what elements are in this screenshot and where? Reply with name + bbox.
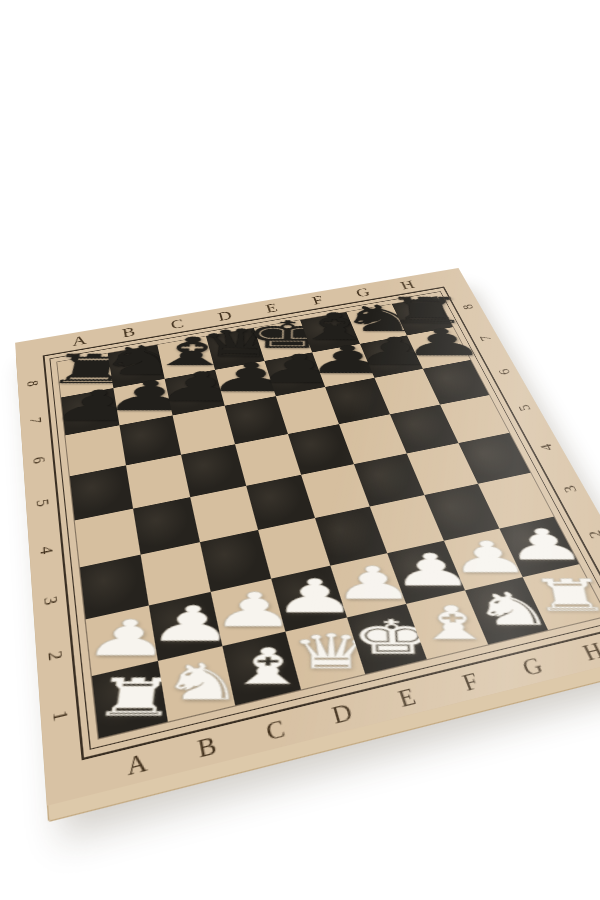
piece-white-rook-a1: ♜ xyxy=(89,672,182,724)
square-d1: ♛ xyxy=(285,618,365,690)
square-f2: ♟ xyxy=(388,541,466,604)
rank-label-right-6: 6 xyxy=(495,368,512,376)
rank-label-left-8: 8 xyxy=(24,380,40,388)
piece-white-knight-g1: ♞ xyxy=(469,587,557,632)
piece-white-pawn-b2: ♟ xyxy=(146,600,236,649)
square-h4 xyxy=(458,432,530,484)
square-b2: ♟ xyxy=(149,592,222,661)
rank-label-left-3: 3 xyxy=(40,594,60,606)
piece-white-bishop-f1: ♝ xyxy=(411,600,498,646)
square-b3 xyxy=(140,543,210,606)
square-e2: ♟ xyxy=(330,553,407,617)
square-h2: ♟ xyxy=(500,517,579,577)
rank-label-right-4: 4 xyxy=(537,442,556,451)
rank-label-left-4: 4 xyxy=(36,544,55,555)
file-label-bottom-d: D xyxy=(329,699,355,728)
file-label-bottom-e: E xyxy=(395,684,419,712)
piece-white-rook-h1: ♜ xyxy=(527,574,600,618)
square-c3 xyxy=(200,530,271,592)
square-d4 xyxy=(246,475,315,531)
file-label-bottom-a: A xyxy=(125,749,149,781)
piece-white-bishop-c1: ♝ xyxy=(224,643,310,693)
file-label-bottom-f: F xyxy=(459,669,482,696)
square-c2: ♟ xyxy=(210,579,285,646)
square-a2: ♟ xyxy=(86,606,158,676)
square-d3 xyxy=(258,518,330,579)
piece-white-pawn-h2: ♟ xyxy=(501,524,590,567)
file-label-bottom-g: G xyxy=(519,653,547,680)
rank-label-left-1: 1 xyxy=(49,709,71,724)
piece-white-pawn-g2: ♟ xyxy=(446,536,534,580)
square-a4 xyxy=(75,508,141,567)
rank-label-left-2: 2 xyxy=(44,649,65,662)
square-h1: ♜ xyxy=(523,564,600,630)
square-b4 xyxy=(133,497,200,555)
file-label-bottom-c: C xyxy=(264,715,288,745)
square-a1: ♜ xyxy=(92,661,168,738)
square-f1: ♝ xyxy=(407,590,489,659)
square-b5 xyxy=(126,454,190,508)
piece-black-pawn-a7: ♟ xyxy=(47,385,145,427)
square-b1: ♞ xyxy=(158,646,235,721)
square-g1: ♞ xyxy=(465,577,548,644)
photo-background: ♜♞♝♛♚♝♞♜♟♟♟♟♟♟♟♟♟♟♟♟♟♟♟♟♜♞♝♛♚♝♞♜ ABCDEFG… xyxy=(0,0,600,900)
rank-label-right-3: 3 xyxy=(560,484,580,494)
piece-white-pawn-a2: ♟ xyxy=(80,614,174,664)
piece-white-knight-b1: ♞ xyxy=(157,657,247,708)
board-scene: ♜♞♝♛♚♝♞♜♟♟♟♟♟♟♟♟♟♟♟♟♟♟♟♟♜♞♝♛♚♝♞♜ ABCDEFG… xyxy=(10,135,590,835)
piece-white-pawn-f2: ♟ xyxy=(390,548,476,592)
square-e3 xyxy=(315,507,388,566)
file-label-bottom-h: H xyxy=(579,638,600,665)
chess-board: ♜♞♝♛♚♝♞♜♟♟♟♟♟♟♟♟♟♟♟♟♟♟♟♟♜♞♝♛♚♝♞♜ ABCDEFG… xyxy=(15,268,600,806)
square-d2: ♟ xyxy=(271,566,347,632)
rank-label-left-7: 7 xyxy=(27,416,44,425)
square-a3 xyxy=(80,555,149,620)
square-c1: ♝ xyxy=(222,632,300,706)
rank-label-right-5: 5 xyxy=(515,404,533,413)
rank-label-left-6: 6 xyxy=(30,456,48,465)
piece-white-pawn-c2: ♟ xyxy=(209,587,296,634)
rank-label-left-5: 5 xyxy=(33,498,51,508)
piece-white-pawn-e2: ♟ xyxy=(332,561,417,606)
square-g2: ♟ xyxy=(444,529,523,591)
piece-white-king-e1: ♚ xyxy=(351,614,436,661)
piece-white-queen-d1: ♛ xyxy=(289,628,374,676)
file-label-bottom-b: B xyxy=(196,732,219,762)
square-a5 xyxy=(70,465,133,520)
rank-label-right-2: 2 xyxy=(585,529,600,540)
piece-white-pawn-d2: ♟ xyxy=(272,573,357,619)
square-c4 xyxy=(190,486,258,543)
squares-grid: ♜♞♝♛♚♝♞♜♟♟♟♟♟♟♟♟♟♟♟♟♟♟♟♟♜♞♝♛♚♝♞♜ xyxy=(56,296,600,740)
square-e1: ♚ xyxy=(347,604,428,674)
